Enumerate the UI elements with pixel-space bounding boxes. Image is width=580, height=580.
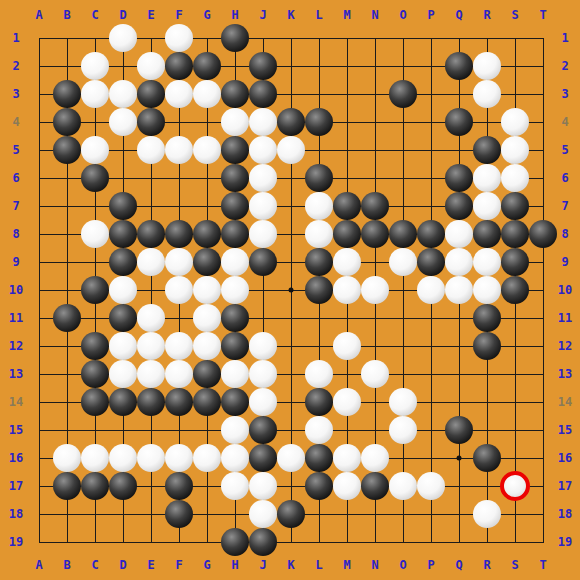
- white-stone: ○: [165, 276, 193, 304]
- black-stone: ●: [501, 276, 529, 304]
- white-stone: ○: [53, 444, 81, 472]
- row-label-left: 5: [12, 143, 19, 157]
- column-label-bottom: O: [399, 558, 406, 572]
- black-stone: ●: [193, 52, 221, 80]
- black-stone: ●: [193, 248, 221, 276]
- black-stone: ●: [501, 220, 529, 248]
- row-label-right: 19: [558, 535, 572, 549]
- black-stone: ●: [221, 136, 249, 164]
- black-stone: ●: [193, 360, 221, 388]
- column-label-bottom: J: [259, 558, 266, 572]
- column-label-top: K: [287, 8, 294, 22]
- grid-line-horizontal: [39, 542, 544, 543]
- white-stone: ○: [445, 276, 473, 304]
- row-label-left: 3: [12, 87, 19, 101]
- white-stone: ○: [193, 136, 221, 164]
- black-stone: ●: [53, 472, 81, 500]
- black-stone: ●: [249, 444, 277, 472]
- white-stone: ○: [109, 360, 137, 388]
- white-stone: ○: [445, 220, 473, 248]
- white-stone: ○: [445, 248, 473, 276]
- white-stone: ○: [137, 136, 165, 164]
- black-stone: ●: [305, 248, 333, 276]
- column-label-top: P: [427, 8, 434, 22]
- white-stone: ○: [389, 416, 417, 444]
- white-stone: ○: [417, 276, 445, 304]
- white-stone: ○: [81, 52, 109, 80]
- white-stone: ○: [249, 220, 277, 248]
- column-label-top: T: [539, 8, 546, 22]
- black-stone: ●: [389, 220, 417, 248]
- white-stone: ○: [221, 472, 249, 500]
- black-stone: ●: [361, 220, 389, 248]
- row-label-left: 7: [12, 199, 19, 213]
- white-stone: ○: [109, 80, 137, 108]
- column-label-bottom: Q: [455, 558, 462, 572]
- black-stone: ●: [473, 220, 501, 248]
- white-stone: ○: [165, 136, 193, 164]
- white-stone: ○: [333, 248, 361, 276]
- white-stone: ○: [193, 444, 221, 472]
- white-stone: ○: [333, 276, 361, 304]
- black-stone: ●: [361, 472, 389, 500]
- column-label-top: G: [203, 8, 210, 22]
- black-stone: ●: [81, 360, 109, 388]
- black-stone: ●: [333, 192, 361, 220]
- white-stone: ○: [501, 164, 529, 192]
- white-stone: ○: [501, 108, 529, 136]
- white-stone: ○: [473, 52, 501, 80]
- black-stone: ●: [277, 500, 305, 528]
- black-stone: ●: [389, 80, 417, 108]
- black-stone: ●: [221, 304, 249, 332]
- black-stone: ●: [445, 416, 473, 444]
- black-stone: ●: [109, 192, 137, 220]
- black-stone: ●: [501, 192, 529, 220]
- black-stone: ●: [81, 332, 109, 360]
- black-stone: ●: [53, 108, 81, 136]
- white-stone: ○: [165, 24, 193, 52]
- black-stone: ●: [333, 220, 361, 248]
- black-stone: ●: [53, 80, 81, 108]
- black-stone: ●: [221, 220, 249, 248]
- column-label-top: Q: [455, 8, 462, 22]
- white-stone: ○: [389, 472, 417, 500]
- white-stone: ○: [109, 276, 137, 304]
- row-label-right: 9: [561, 255, 568, 269]
- black-stone: ●: [137, 388, 165, 416]
- white-stone: ○: [165, 444, 193, 472]
- row-label-right: 18: [558, 507, 572, 521]
- column-label-bottom: T: [539, 558, 546, 572]
- black-stone: ●: [249, 52, 277, 80]
- white-stone: ○: [249, 500, 277, 528]
- black-stone: ●: [109, 388, 137, 416]
- column-label-top: D: [119, 8, 126, 22]
- column-label-top: N: [371, 8, 378, 22]
- white-stone: ○: [137, 360, 165, 388]
- white-stone: ○: [473, 80, 501, 108]
- column-label-top: F: [175, 8, 182, 22]
- black-stone: ●: [81, 388, 109, 416]
- white-stone: ○: [165, 332, 193, 360]
- row-label-left: 8: [12, 227, 19, 241]
- white-stone: ○: [277, 136, 305, 164]
- black-stone: ●: [361, 192, 389, 220]
- row-label-left: 19: [9, 535, 23, 549]
- white-stone: ○: [221, 444, 249, 472]
- black-stone: ●: [473, 304, 501, 332]
- column-label-bottom: S: [511, 558, 518, 572]
- black-stone: ●: [165, 500, 193, 528]
- column-label-top: J: [259, 8, 266, 22]
- white-stone: ○: [305, 416, 333, 444]
- row-label-left: 2: [12, 59, 19, 73]
- row-label-right: 10: [558, 283, 572, 297]
- column-label-bottom: B: [63, 558, 70, 572]
- white-stone: ○: [473, 248, 501, 276]
- white-stone: ○: [305, 360, 333, 388]
- white-stone: ○: [109, 24, 137, 52]
- white-stone: ○: [333, 472, 361, 500]
- row-label-right: 6: [561, 171, 568, 185]
- white-stone: ○: [249, 136, 277, 164]
- black-stone: ●: [445, 164, 473, 192]
- row-label-right: 4: [561, 115, 568, 129]
- row-label-right: 14: [558, 395, 572, 409]
- row-label-left: 11: [9, 311, 23, 325]
- column-label-bottom: L: [315, 558, 322, 572]
- column-label-bottom: R: [483, 558, 490, 572]
- white-stone: ○: [389, 248, 417, 276]
- black-stone: ●: [249, 248, 277, 276]
- black-stone: ●: [305, 444, 333, 472]
- black-stone: ●: [445, 108, 473, 136]
- black-stone: ●: [221, 388, 249, 416]
- grid-line-vertical: [543, 38, 544, 543]
- white-stone: ○: [137, 332, 165, 360]
- black-stone: ●: [249, 80, 277, 108]
- column-label-top: L: [315, 8, 322, 22]
- row-label-left: 18: [9, 507, 23, 521]
- column-label-bottom: N: [371, 558, 378, 572]
- row-label-right: 17: [558, 479, 572, 493]
- white-stone: ○: [305, 220, 333, 248]
- grid-line-vertical: [403, 38, 404, 543]
- white-stone: ○: [221, 360, 249, 388]
- black-stone: ●: [221, 24, 249, 52]
- white-stone: ○: [165, 80, 193, 108]
- white-stone: ○: [221, 416, 249, 444]
- black-stone: ●: [109, 220, 137, 248]
- column-label-bottom: A: [35, 558, 42, 572]
- row-label-left: 10: [9, 283, 23, 297]
- row-label-right: 15: [558, 423, 572, 437]
- black-stone: ●: [445, 52, 473, 80]
- white-stone: ○: [109, 108, 137, 136]
- black-stone: ●: [529, 220, 557, 248]
- black-stone: ●: [249, 416, 277, 444]
- black-stone: ●: [305, 108, 333, 136]
- white-stone: ○: [361, 444, 389, 472]
- column-label-bottom: M: [343, 558, 350, 572]
- black-stone: ●: [473, 136, 501, 164]
- black-stone: ●: [221, 528, 249, 556]
- black-stone: ●: [445, 192, 473, 220]
- black-stone: ●: [165, 388, 193, 416]
- row-label-right: 1: [561, 31, 568, 45]
- black-stone: ●: [221, 332, 249, 360]
- row-label-right: 7: [561, 199, 568, 213]
- row-label-left: 1: [12, 31, 19, 45]
- black-stone: ●: [137, 220, 165, 248]
- white-stone: ○: [249, 164, 277, 192]
- row-label-left: 17: [9, 479, 23, 493]
- white-stone: ○: [417, 472, 445, 500]
- black-stone: ●: [473, 444, 501, 472]
- white-stone: ○: [249, 332, 277, 360]
- black-stone: ●: [81, 164, 109, 192]
- white-stone: ○: [109, 332, 137, 360]
- black-stone: ●: [165, 220, 193, 248]
- row-label-left: 6: [12, 171, 19, 185]
- black-stone: ●: [417, 248, 445, 276]
- white-stone: ○: [221, 276, 249, 304]
- white-stone: ○: [193, 304, 221, 332]
- white-stone: ○: [109, 444, 137, 472]
- column-label-bottom: K: [287, 558, 294, 572]
- column-label-top: A: [35, 8, 42, 22]
- row-label-right: 11: [558, 311, 572, 325]
- white-stone: ○: [501, 136, 529, 164]
- black-stone: ●: [53, 136, 81, 164]
- column-label-top: R: [483, 8, 490, 22]
- white-stone: ○: [333, 332, 361, 360]
- white-stone: ○: [333, 444, 361, 472]
- black-stone: ●: [193, 388, 221, 416]
- black-stone: ●: [193, 220, 221, 248]
- column-label-top: E: [147, 8, 154, 22]
- black-stone: ●: [81, 276, 109, 304]
- row-label-right: 8: [561, 227, 568, 241]
- black-stone: ●: [109, 304, 137, 332]
- column-label-bottom: C: [91, 558, 98, 572]
- white-stone: ○: [81, 220, 109, 248]
- black-stone: ●: [81, 472, 109, 500]
- black-stone: ●: [417, 220, 445, 248]
- row-label-right: 16: [558, 451, 572, 465]
- black-stone: ●: [249, 528, 277, 556]
- column-label-bottom: P: [427, 558, 434, 572]
- white-stone: ○: [473, 164, 501, 192]
- white-stone: ○: [221, 248, 249, 276]
- last-move-stone: ○: [500, 471, 530, 501]
- column-label-top: B: [63, 8, 70, 22]
- white-stone: ○: [137, 52, 165, 80]
- column-label-top: M: [343, 8, 350, 22]
- black-stone: ●: [305, 276, 333, 304]
- column-label-top: S: [511, 8, 518, 22]
- black-stone: ●: [221, 192, 249, 220]
- column-label-bottom: H: [231, 558, 238, 572]
- white-stone: ○: [333, 388, 361, 416]
- black-stone: ●: [53, 304, 81, 332]
- black-stone: ●: [165, 472, 193, 500]
- row-label-right: 5: [561, 143, 568, 157]
- column-label-top: H: [231, 8, 238, 22]
- white-stone: ○: [361, 360, 389, 388]
- black-stone: ●: [473, 332, 501, 360]
- black-stone: ●: [501, 248, 529, 276]
- white-stone: ○: [137, 248, 165, 276]
- white-stone: ○: [165, 248, 193, 276]
- white-stone: ○: [165, 360, 193, 388]
- column-label-top: O: [399, 8, 406, 22]
- white-stone: ○: [249, 388, 277, 416]
- white-stone: ○: [361, 276, 389, 304]
- black-stone: ●: [221, 164, 249, 192]
- white-stone: ○: [473, 276, 501, 304]
- column-label-bottom: F: [175, 558, 182, 572]
- black-stone: ●: [305, 472, 333, 500]
- black-stone: ●: [109, 248, 137, 276]
- white-stone: ○: [221, 108, 249, 136]
- white-stone: ○: [249, 192, 277, 220]
- black-stone: ●: [165, 52, 193, 80]
- row-label-right: 2: [561, 59, 568, 73]
- black-stone: ●: [137, 80, 165, 108]
- star-point: [289, 288, 294, 293]
- white-stone: ○: [473, 192, 501, 220]
- row-label-left: 14: [9, 395, 23, 409]
- go-board[interactable]: AABBCCDDEEFFGGHHJJKKLLMMNNOOPPQQRRSSTT11…: [0, 0, 580, 580]
- row-label-left: 13: [9, 367, 23, 381]
- column-label-bottom: D: [119, 558, 126, 572]
- black-stone: ●: [109, 472, 137, 500]
- white-stone: ○: [193, 276, 221, 304]
- column-label-bottom: E: [147, 558, 154, 572]
- black-stone: ●: [137, 108, 165, 136]
- row-label-left: 9: [12, 255, 19, 269]
- white-stone: ○: [193, 332, 221, 360]
- black-stone: ●: [221, 80, 249, 108]
- column-label-bottom: G: [203, 558, 210, 572]
- white-stone: ○: [137, 304, 165, 332]
- white-stone: ○: [249, 472, 277, 500]
- white-stone: ○: [305, 192, 333, 220]
- white-stone: ○: [473, 500, 501, 528]
- star-point: [457, 456, 462, 461]
- column-label-top: C: [91, 8, 98, 22]
- white-stone: ○: [137, 444, 165, 472]
- white-stone: ○: [249, 108, 277, 136]
- row-label-left: 15: [9, 423, 23, 437]
- row-label-left: 4: [12, 115, 19, 129]
- black-stone: ●: [305, 164, 333, 192]
- white-stone: ○: [81, 80, 109, 108]
- white-stone: ○: [249, 360, 277, 388]
- black-stone: ●: [305, 388, 333, 416]
- row-label-right: 12: [558, 339, 572, 353]
- row-label-left: 12: [9, 339, 23, 353]
- row-label-right: 13: [558, 367, 572, 381]
- white-stone: ○: [81, 444, 109, 472]
- white-stone: ○: [277, 444, 305, 472]
- white-stone: ○: [389, 388, 417, 416]
- black-stone: ●: [277, 108, 305, 136]
- row-label-right: 3: [561, 87, 568, 101]
- white-stone: ○: [81, 136, 109, 164]
- white-stone: ○: [193, 80, 221, 108]
- row-label-left: 16: [9, 451, 23, 465]
